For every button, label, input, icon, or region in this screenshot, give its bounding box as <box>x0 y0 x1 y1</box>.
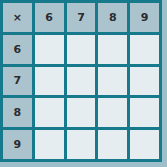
multiplication-table: × 6 7 8 9 6 7 8 9 <box>0 0 167 167</box>
product-cell-6x6[interactable] <box>35 35 64 64</box>
times-operator-cell: × <box>3 3 32 32</box>
product-cell-8x7[interactable] <box>67 98 96 127</box>
product-cell-9x9[interactable] <box>130 130 159 159</box>
col-header-7: 7 <box>67 3 96 32</box>
product-cell-7x7[interactable] <box>67 67 96 96</box>
table-border: × 6 7 8 9 6 7 8 9 <box>0 0 162 162</box>
product-cell-9x8[interactable] <box>98 130 127 159</box>
product-cell-7x8[interactable] <box>98 67 127 96</box>
row-header-7: 7 <box>3 67 32 96</box>
row-header-8: 8 <box>3 98 32 127</box>
product-cell-9x7[interactable] <box>67 130 96 159</box>
row-header-9: 9 <box>3 130 32 159</box>
col-header-8: 8 <box>98 3 127 32</box>
product-cell-8x8[interactable] <box>98 98 127 127</box>
table-grid: × 6 7 8 9 6 7 8 9 <box>3 3 159 159</box>
product-cell-6x9[interactable] <box>130 35 159 64</box>
product-cell-8x9[interactable] <box>130 98 159 127</box>
product-cell-8x6[interactable] <box>35 98 64 127</box>
product-cell-7x9[interactable] <box>130 67 159 96</box>
col-header-6: 6 <box>35 3 64 32</box>
row-header-6: 6 <box>3 35 32 64</box>
product-cell-6x7[interactable] <box>67 35 96 64</box>
product-cell-7x6[interactable] <box>35 67 64 96</box>
product-cell-6x8[interactable] <box>98 35 127 64</box>
product-cell-9x6[interactable] <box>35 130 64 159</box>
col-header-9: 9 <box>130 3 159 32</box>
